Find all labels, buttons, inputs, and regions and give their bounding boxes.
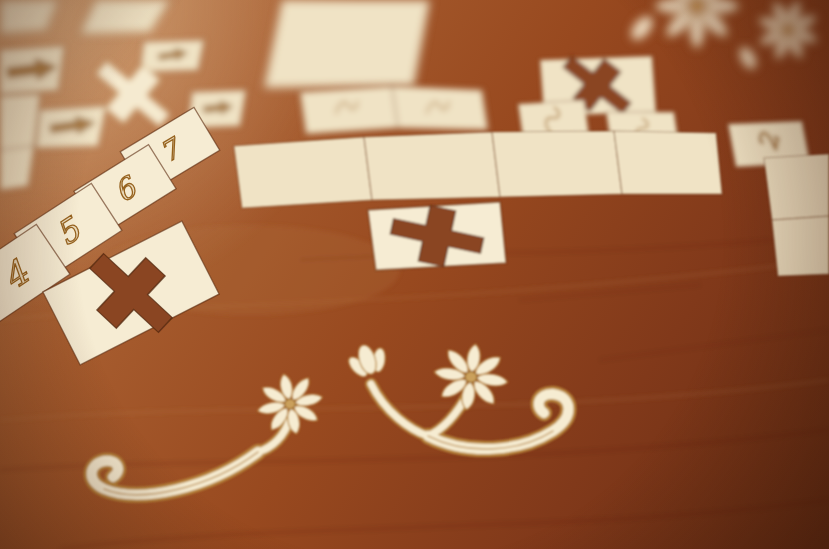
game-board: 2 7 6 5 4 bbox=[0, 0, 829, 549]
vignette bbox=[0, 0, 829, 549]
board-photo: 2 7 6 5 4 bbox=[0, 0, 829, 549]
